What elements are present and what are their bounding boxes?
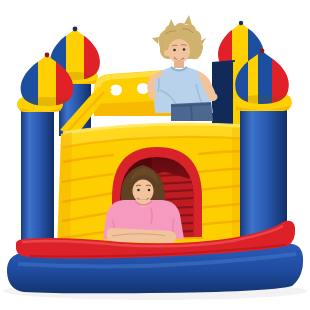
tower-front-left-cylinder xyxy=(21,103,54,245)
boy-right-hand xyxy=(149,92,157,99)
dome-tip xyxy=(260,49,265,54)
girl-face xyxy=(133,180,154,203)
boy-left-hand xyxy=(209,93,218,101)
boy-neck xyxy=(174,61,184,68)
photo-canvas xyxy=(0,0,310,310)
porthole xyxy=(110,85,122,96)
dome-tip xyxy=(239,21,243,25)
tower-front-right-cylinder xyxy=(240,102,287,240)
girl-eye xyxy=(137,189,140,192)
boy-eye xyxy=(173,49,176,52)
girl-hand xyxy=(165,233,175,242)
bounce-castle-photo xyxy=(0,0,310,310)
girl-eye xyxy=(148,189,151,192)
dome-tip xyxy=(45,53,50,58)
dome-tip xyxy=(73,27,78,32)
boy-eye xyxy=(183,48,186,51)
porthole xyxy=(137,83,149,94)
tower-front-right xyxy=(233,48,292,240)
